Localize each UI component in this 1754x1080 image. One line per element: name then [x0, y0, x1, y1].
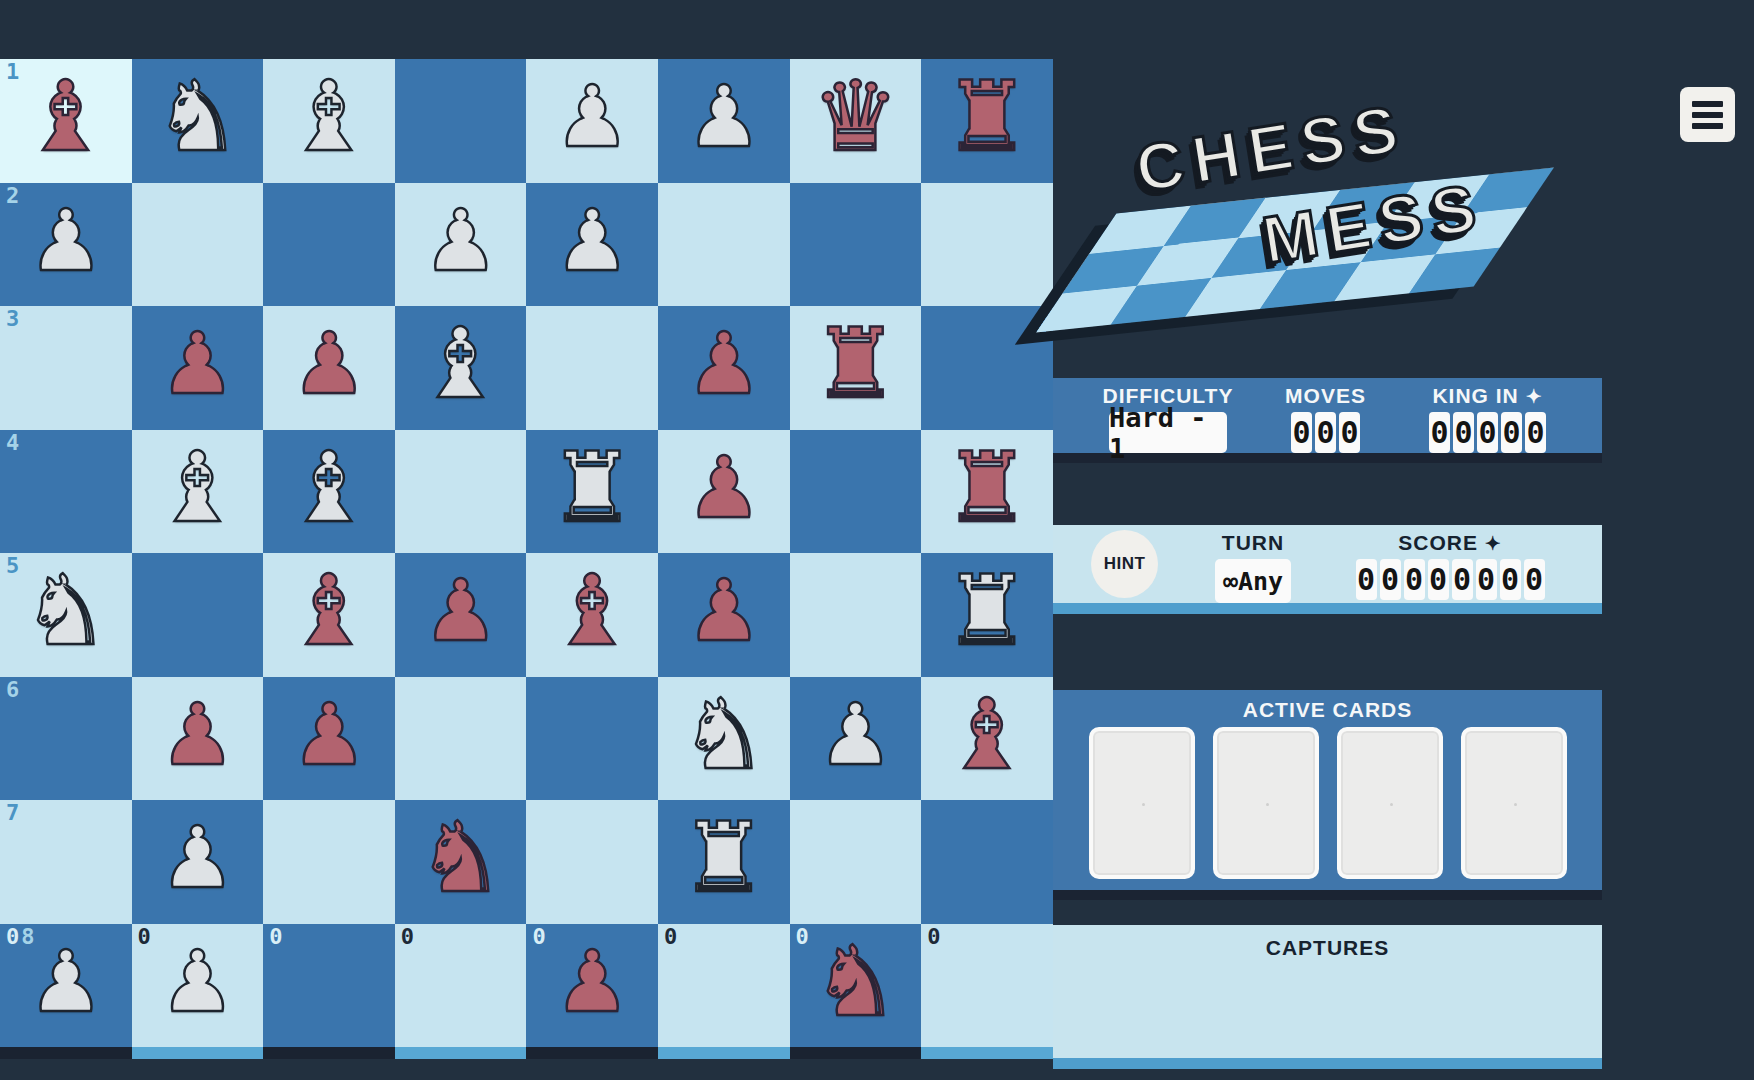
row-label: 4: [6, 432, 19, 454]
square-e3[interactable]: [526, 306, 658, 430]
square-tags: 0: [401, 926, 414, 948]
square-f7[interactable]: ♜: [658, 800, 790, 924]
counter-digit: 0: [1476, 559, 1497, 600]
square-tags: 3: [6, 308, 19, 330]
counter-digit: 0: [1315, 412, 1336, 453]
difficulty-value[interactable]: Hard - 1: [1109, 412, 1227, 453]
square-tags: 0: [532, 926, 545, 948]
king-in-group: KING IN ✦ 00000: [1420, 385, 1555, 453]
counter-digit: 0: [1429, 412, 1450, 453]
counter-digit: 0: [1477, 412, 1498, 453]
row-label: 5: [6, 555, 19, 577]
square-c7[interactable]: [263, 800, 395, 924]
counter-digit: 0: [1452, 559, 1473, 600]
square-counter: 0: [138, 926, 151, 948]
square-tags: 6: [6, 679, 19, 701]
square-b1[interactable]: ♞: [132, 59, 264, 183]
square-e4[interactable]: ♜: [526, 430, 658, 554]
board-bottom-edge: [921, 1047, 1053, 1059]
square-counter: 0: [6, 926, 19, 948]
piece-red-bishop: ♝: [286, 562, 373, 659]
square-c2[interactable]: [263, 183, 395, 307]
chess-mess-app: 1♝♞♝♟♟♛♜2♟♟♟3♟♟♝♟♜4♝♝♜♟♜5♞♝♟♝♟♜6♟♟♞♟♝7♟♞…: [0, 0, 1754, 1080]
piece-white-pawn: ♟: [28, 939, 104, 1024]
counter-digit: 0: [1380, 559, 1401, 600]
square-b8[interactable]: 0♟: [132, 924, 264, 1048]
hamburger-icon: [1692, 101, 1723, 107]
piece-white-pawn: ♟: [28, 198, 104, 283]
piece-white-pawn: ♟: [554, 74, 630, 159]
counter-digit: 0: [1404, 559, 1425, 600]
counter-digit: 0: [1291, 412, 1312, 453]
square-d2[interactable]: ♟: [395, 183, 527, 307]
piece-white-rook: ♜: [549, 439, 636, 536]
square-tags: 0: [927, 926, 940, 948]
square-h8[interactable]: 0: [921, 924, 1053, 1048]
sparkle-icon: ✦: [1526, 386, 1543, 407]
piece-white-pawn: ♟: [817, 692, 893, 777]
piece-white-pawn: ♟: [159, 939, 235, 1024]
piece-red-bishop: ♝: [943, 686, 1030, 783]
square-counter: 0: [927, 926, 940, 948]
square-b5[interactable]: [132, 553, 264, 677]
card-slot-row: [1053, 727, 1602, 879]
square-g1[interactable]: ♛: [790, 59, 922, 183]
piece-red-pawn: ♟: [686, 568, 762, 653]
piece-white-bishop: ♝: [286, 439, 373, 536]
square-f1[interactable]: ♟: [658, 59, 790, 183]
counter-digit: 0: [1453, 412, 1474, 453]
hint-button[interactable]: HINT: [1091, 530, 1158, 598]
square-a3[interactable]: 3: [0, 306, 132, 430]
sparkle-icon: ✦: [1485, 533, 1502, 554]
active-cards-panel: ACTIVE CARDS: [1053, 690, 1602, 890]
counter-digit: 0: [1339, 412, 1360, 453]
square-e1[interactable]: ♟: [526, 59, 658, 183]
square-c3[interactable]: ♟: [263, 306, 395, 430]
square-tags: 0: [138, 926, 151, 948]
row-label: 2: [6, 185, 19, 207]
square-g7[interactable]: [790, 800, 922, 924]
piece-white-pawn: ♟: [686, 74, 762, 159]
turn-value: ∞Any: [1215, 559, 1291, 603]
active-cards-title: ACTIVE CARDS: [1053, 690, 1602, 720]
square-a2[interactable]: 2♟: [0, 183, 132, 307]
board-bottom-edge: [790, 1047, 922, 1059]
piece-white-pawn: ♟: [422, 198, 498, 283]
square-b2[interactable]: [132, 183, 264, 307]
square-tags: 4: [6, 432, 19, 454]
square-f5[interactable]: ♟: [658, 553, 790, 677]
piece-red-bishop: ♝: [549, 562, 636, 659]
square-f8[interactable]: 0: [658, 924, 790, 1048]
square-g5[interactable]: [790, 553, 922, 677]
row-label: 6: [6, 679, 19, 701]
piece-white-knight: ♞: [680, 686, 767, 783]
score-group: SCORE ✦ 00000000: [1341, 532, 1559, 600]
card-slot-4: [1461, 727, 1567, 879]
piece-red-pawn: ♟: [686, 445, 762, 530]
square-a8[interactable]: 08♟: [0, 924, 132, 1048]
square-tags: 0: [796, 926, 809, 948]
difficulty-group: DIFFICULTY Hard - 1: [1073, 385, 1263, 453]
piece-white-bishop: ♝: [154, 439, 241, 536]
square-h7[interactable]: [921, 800, 1053, 924]
board-bottom-edge: [658, 1047, 790, 1059]
board-bottom-edge: [0, 1047, 132, 1059]
piece-white-pawn: ♟: [554, 198, 630, 283]
square-f2[interactable]: [658, 183, 790, 307]
board-bottom-edge: [132, 1047, 264, 1059]
square-h5[interactable]: ♜: [921, 553, 1053, 677]
square-g6[interactable]: ♟: [790, 677, 922, 801]
piece-red-rook: ♜: [943, 439, 1030, 536]
piece-white-rook: ♜: [943, 562, 1030, 659]
square-e7[interactable]: [526, 800, 658, 924]
piece-red-rook: ♜: [943, 68, 1030, 165]
board-bottom-edge: [526, 1047, 658, 1059]
chess-board: 1♝♞♝♟♟♛♜2♟♟♟3♟♟♝♟♜4♝♝♜♟♜5♞♝♟♝♟♜6♟♟♞♟♝7♟♞…: [0, 59, 1053, 1059]
square-b6[interactable]: ♟: [132, 677, 264, 801]
square-c1[interactable]: ♝: [263, 59, 395, 183]
turn-group: TURN ∞Any: [1208, 532, 1298, 603]
square-a6[interactable]: 6: [0, 677, 132, 801]
piece-red-pawn: ♟: [686, 321, 762, 406]
counter-digit: 0: [1524, 559, 1545, 600]
square-h1[interactable]: ♜: [921, 59, 1053, 183]
square-tags: 2: [6, 185, 19, 207]
captures-title: CAPTURES: [1053, 925, 1602, 958]
piece-red-pawn: ♟: [159, 692, 235, 777]
square-d8[interactable]: 0: [395, 924, 527, 1048]
square-d1[interactable]: [395, 59, 527, 183]
captures-panel: CAPTURES: [1053, 925, 1602, 1058]
score-label: SCORE ✦: [1398, 532, 1501, 553]
piece-white-pawn: ♟: [159, 815, 235, 900]
square-tags: 1: [6, 61, 19, 83]
square-b3[interactable]: ♟: [132, 306, 264, 430]
piece-red-pawn: ♟: [159, 321, 235, 406]
counter-digit: 0: [1501, 412, 1522, 453]
row-label: 7: [6, 802, 19, 824]
square-g2[interactable]: [790, 183, 922, 307]
moves-group: MOVES 000: [1278, 385, 1373, 453]
square-d4[interactable]: [395, 430, 527, 554]
card-slot-1: [1089, 727, 1195, 879]
piece-red-knight: ♞: [812, 933, 899, 1030]
square-h4[interactable]: ♜: [921, 430, 1053, 554]
square-counter: 0: [796, 926, 809, 948]
card-slot-2: [1213, 727, 1319, 879]
row-label: 3: [6, 308, 19, 330]
piece-white-bishop: ♝: [417, 315, 504, 412]
square-counter: 0: [664, 926, 677, 948]
square-h6[interactable]: ♝: [921, 677, 1053, 801]
square-c5[interactable]: ♝: [263, 553, 395, 677]
counter-digit: 0: [1500, 559, 1521, 600]
piece-red-knight: ♞: [417, 809, 504, 906]
square-tags: 0: [664, 926, 677, 948]
stats-panel: DIFFICULTY Hard - 1 MOVES 000 KING IN ✦ …: [1053, 378, 1602, 453]
piece-red-bishop: ♝: [22, 68, 109, 165]
square-e2[interactable]: ♟: [526, 183, 658, 307]
square-d3[interactable]: ♝: [395, 306, 527, 430]
moves-counter: 000: [1291, 412, 1360, 453]
piece-red-queen: ♛: [812, 68, 899, 165]
square-a4[interactable]: 4: [0, 430, 132, 554]
piece-red-pawn: ♟: [291, 321, 367, 406]
square-counter: 0: [401, 926, 414, 948]
square-a1[interactable]: 1♝: [0, 59, 132, 183]
square-a7[interactable]: 7: [0, 800, 132, 924]
square-f3[interactable]: ♟: [658, 306, 790, 430]
square-c8[interactable]: 0: [263, 924, 395, 1048]
hamburger-menu-button[interactable]: [1680, 87, 1735, 142]
board-bottom-edge: [395, 1047, 527, 1059]
counter-digit: 0: [1525, 412, 1546, 453]
piece-white-knight: ♞: [154, 68, 241, 165]
piece-red-pawn: ♟: [422, 568, 498, 653]
square-g3[interactable]: ♜: [790, 306, 922, 430]
turn-score-panel: HINT TURN ∞Any SCORE ✦ 00000000: [1053, 525, 1602, 603]
square-c4[interactable]: ♝: [263, 430, 395, 554]
square-h2[interactable]: [921, 183, 1053, 307]
square-tags: 0: [269, 926, 282, 948]
square-counter: 0: [532, 926, 545, 948]
square-g4[interactable]: [790, 430, 922, 554]
square-f4[interactable]: ♟: [658, 430, 790, 554]
piece-red-rook: ♜: [812, 315, 899, 412]
counter-digit: 0: [1356, 559, 1377, 600]
square-d6[interactable]: [395, 677, 527, 801]
square-e8[interactable]: 0♟: [526, 924, 658, 1048]
square-b4[interactable]: ♝: [132, 430, 264, 554]
counter-digit: 0: [1428, 559, 1449, 600]
card-slot-3: [1337, 727, 1443, 879]
square-a5[interactable]: 5♞: [0, 553, 132, 677]
square-e5[interactable]: ♝: [526, 553, 658, 677]
square-g8[interactable]: 0♞: [790, 924, 922, 1048]
king-in-counter: 00000: [1429, 412, 1546, 453]
moves-label: MOVES: [1285, 385, 1366, 406]
piece-white-knight: ♞: [22, 562, 109, 659]
square-counter: 0: [269, 926, 282, 948]
square-c6[interactable]: ♟: [263, 677, 395, 801]
square-e6[interactable]: [526, 677, 658, 801]
piece-red-pawn: ♟: [554, 939, 630, 1024]
square-f6[interactable]: ♞: [658, 677, 790, 801]
score-counter: 00000000: [1356, 559, 1545, 600]
square-tags: 7: [6, 802, 19, 824]
piece-red-pawn: ♟: [291, 692, 367, 777]
square-b7[interactable]: ♟: [132, 800, 264, 924]
square-tags: 5: [6, 555, 19, 577]
turn-label: TURN: [1222, 532, 1284, 553]
piece-white-bishop: ♝: [286, 68, 373, 165]
square-h3[interactable]: [921, 306, 1053, 430]
square-d7[interactable]: ♞: [395, 800, 527, 924]
row-label: 1: [6, 61, 19, 83]
board-bottom-edge: [263, 1047, 395, 1059]
king-in-label: KING IN ✦: [1432, 385, 1542, 406]
piece-white-rook: ♜: [680, 809, 767, 906]
square-d5[interactable]: ♟: [395, 553, 527, 677]
